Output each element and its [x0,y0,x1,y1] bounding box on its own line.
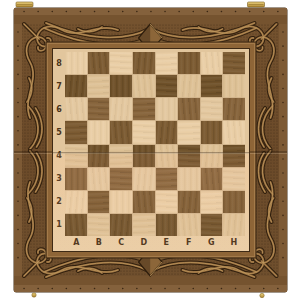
square-b7[interactable] [88,75,110,97]
square-g2[interactable] [201,191,223,213]
square-g7[interactable] [201,75,223,97]
square-d6[interactable] [133,98,155,120]
square-h8[interactable] [223,52,245,74]
file-label-e: E [155,236,178,249]
square-g4[interactable] [201,145,223,167]
pin-bottom-right [260,293,264,297]
square-e8[interactable] [156,52,178,74]
rank-label-3: 3 [53,167,65,190]
square-f2[interactable] [178,191,200,213]
square-h2[interactable] [223,191,245,213]
square-e3[interactable] [156,168,178,190]
square-c4[interactable] [110,145,132,167]
square-e6[interactable] [156,98,178,120]
rank-label-2: 2 [53,190,65,213]
square-h5[interactable] [223,121,245,143]
square-h4[interactable] [223,145,245,167]
square-e1[interactable] [156,214,178,236]
square-g1[interactable] [201,214,223,236]
square-b1[interactable] [88,214,110,236]
square-d3[interactable] [133,168,155,190]
square-c5[interactable] [110,121,132,143]
square-f3[interactable] [178,168,200,190]
square-g8[interactable] [201,52,223,74]
square-f8[interactable] [178,52,200,74]
hinge-top-left [16,2,33,7]
left-edge-strip [14,24,22,276]
rank-label-8: 8 [53,52,65,75]
square-c6[interactable] [110,98,132,120]
square-c2[interactable] [110,191,132,213]
rank-label-7: 7 [53,75,65,98]
square-h3[interactable] [223,168,245,190]
square-b3[interactable] [88,168,110,190]
file-label-g: G [200,236,223,249]
squares-grid [65,52,245,236]
square-a2[interactable] [65,191,87,213]
square-e4[interactable] [156,145,178,167]
rank-label-5: 5 [53,121,65,144]
square-g3[interactable] [201,168,223,190]
square-a6[interactable] [65,98,87,120]
file-labels: ABCDEFGH [65,236,245,249]
square-g5[interactable] [201,121,223,143]
rank-label-6: 6 [53,98,65,121]
square-c3[interactable] [110,168,132,190]
square-a3[interactable] [65,168,87,190]
square-b5[interactable] [88,121,110,143]
square-d7[interactable] [133,75,155,97]
square-d2[interactable] [133,191,155,213]
square-d4[interactable] [133,145,155,167]
square-h7[interactable] [223,75,245,97]
rank-label-1: 1 [53,213,65,236]
bottom-edge-strip-inner [14,276,287,285]
square-b4[interactable] [88,145,110,167]
square-d8[interactable] [133,52,155,74]
square-b6[interactable] [88,98,110,120]
square-f7[interactable] [178,75,200,97]
hinge-top-right [248,2,265,7]
rank-labels: 87654321 [53,52,65,236]
file-label-b: B [88,236,111,249]
square-h1[interactable] [223,214,245,236]
square-b8[interactable] [88,52,110,74]
square-f4[interactable] [178,145,200,167]
square-d5[interactable] [133,121,155,143]
square-c8[interactable] [110,52,132,74]
square-a7[interactable] [65,75,87,97]
square-a5[interactable] [65,121,87,143]
square-h6[interactable] [223,98,245,120]
square-d1[interactable] [133,214,155,236]
right-edge-strip [279,24,287,276]
top-edge-strip-inner [14,15,287,24]
square-e7[interactable] [156,75,178,97]
chess-board-photo: 87654321 ABCDEFGH [0,0,300,300]
square-f1[interactable] [178,214,200,236]
pin-bottom-left [32,293,36,297]
square-e2[interactable] [156,191,178,213]
square-f6[interactable] [178,98,200,120]
square-g6[interactable] [201,98,223,120]
square-c1[interactable] [110,214,132,236]
file-label-c: C [110,236,133,249]
square-a8[interactable] [65,52,87,74]
square-f5[interactable] [178,121,200,143]
rank-label-4: 4 [53,144,65,167]
file-label-h: H [223,236,246,249]
square-a4[interactable] [65,145,87,167]
square-a1[interactable] [65,214,87,236]
square-c7[interactable] [110,75,132,97]
playing-field: 87654321 ABCDEFGH [52,48,250,252]
file-label-f: F [178,236,201,249]
file-label-a: A [65,236,88,249]
file-label-d: D [133,236,156,249]
square-b2[interactable] [88,191,110,213]
square-e5[interactable] [156,121,178,143]
